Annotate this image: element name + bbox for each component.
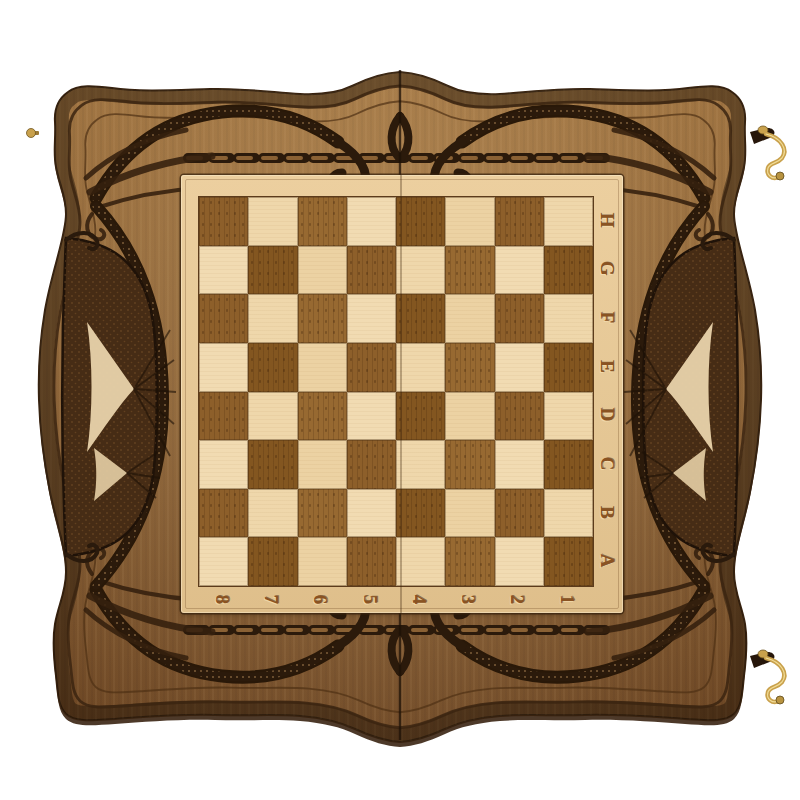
square-g3[interactable]	[445, 246, 494, 295]
file-label-f: F	[592, 293, 623, 342]
rank-label-text: 6	[312, 594, 331, 604]
square-d4[interactable]	[396, 392, 445, 441]
file-label-c: C	[592, 439, 623, 488]
square-h2[interactable]	[495, 197, 544, 246]
file-label-g: G	[592, 245, 623, 294]
square-d5[interactable]	[347, 392, 396, 441]
square-a2[interactable]	[495, 537, 544, 586]
square-f3[interactable]	[445, 294, 494, 343]
square-h1[interactable]	[544, 197, 593, 246]
square-d1[interactable]	[544, 392, 593, 441]
square-a8[interactable]	[199, 537, 248, 586]
square-b1[interactable]	[544, 489, 593, 538]
latch-ball	[776, 172, 784, 180]
square-c2[interactable]	[495, 440, 544, 489]
square-c4[interactable]	[396, 440, 445, 489]
square-g2[interactable]	[495, 246, 544, 295]
square-g7[interactable]	[248, 246, 297, 295]
square-c5[interactable]	[347, 440, 396, 489]
latch-hook	[766, 134, 784, 178]
square-f4[interactable]	[396, 294, 445, 343]
square-c8[interactable]	[199, 440, 248, 489]
brass-latch-top-right	[750, 126, 784, 180]
rank-label-text: 5	[361, 594, 380, 604]
square-b8[interactable]	[199, 489, 248, 538]
square-e7[interactable]	[248, 343, 297, 392]
square-a3[interactable]	[445, 537, 494, 586]
square-h6[interactable]	[298, 197, 347, 246]
file-label-d: D	[592, 391, 623, 440]
rank-label-7: 7	[247, 585, 296, 613]
file-label-text: D	[598, 408, 617, 422]
square-b3[interactable]	[445, 489, 494, 538]
square-e4[interactable]	[396, 343, 445, 392]
square-h3[interactable]	[445, 197, 494, 246]
square-b5[interactable]	[347, 489, 396, 538]
square-h4[interactable]	[396, 197, 445, 246]
square-f8[interactable]	[199, 294, 248, 343]
square-b2[interactable]	[495, 489, 544, 538]
square-e5[interactable]	[347, 343, 396, 392]
square-d7[interactable]	[248, 392, 297, 441]
file-labels: HGFEDCBA	[592, 196, 623, 585]
file-label-h: H	[592, 196, 623, 245]
file-label-text: E	[598, 360, 617, 373]
square-b7[interactable]	[248, 489, 297, 538]
square-f6[interactable]	[298, 294, 347, 343]
chess-board: HGFEDCBA 87654321	[181, 175, 623, 613]
chess-grid	[198, 196, 594, 587]
rank-label-6: 6	[297, 585, 346, 613]
square-b6[interactable]	[298, 489, 347, 538]
brass-pin-left	[27, 129, 40, 138]
file-label-b: B	[592, 488, 623, 537]
rank-labels: 87654321	[198, 585, 592, 613]
file-label-a: A	[592, 536, 623, 585]
rank-label-text: 7	[262, 594, 281, 604]
square-c7[interactable]	[248, 440, 297, 489]
rank-label-3: 3	[444, 585, 493, 613]
square-a7[interactable]	[248, 537, 297, 586]
square-f1[interactable]	[544, 294, 593, 343]
fold-seam-top	[399, 70, 401, 176]
square-g6[interactable]	[298, 246, 347, 295]
square-e1[interactable]	[544, 343, 593, 392]
square-e2[interactable]	[495, 343, 544, 392]
rank-label-text: 1	[558, 594, 577, 604]
file-label-text: B	[598, 506, 617, 519]
square-a4[interactable]	[396, 537, 445, 586]
file-label-text: G	[598, 262, 617, 277]
rank-label-text: 3	[459, 594, 478, 604]
square-a1[interactable]	[544, 537, 593, 586]
rank-label-4: 4	[395, 585, 444, 613]
square-f5[interactable]	[347, 294, 396, 343]
square-d8[interactable]	[199, 392, 248, 441]
rank-label-text: 8	[213, 594, 232, 604]
square-h8[interactable]	[199, 197, 248, 246]
square-g1[interactable]	[544, 246, 593, 295]
square-c1[interactable]	[544, 440, 593, 489]
square-f2[interactable]	[495, 294, 544, 343]
square-h7[interactable]	[248, 197, 297, 246]
rank-label-1: 1	[543, 585, 592, 613]
square-a6[interactable]	[298, 537, 347, 586]
square-e6[interactable]	[298, 343, 347, 392]
file-label-text: H	[598, 213, 617, 228]
rank-label-text: 4	[410, 594, 429, 604]
square-e8[interactable]	[199, 343, 248, 392]
square-g8[interactable]	[199, 246, 248, 295]
square-c3[interactable]	[445, 440, 494, 489]
rank-label-text: 2	[509, 594, 528, 604]
board-fold-seam	[400, 175, 402, 613]
pin-head	[27, 129, 36, 138]
fold-seam-bottom	[399, 612, 401, 740]
square-c6[interactable]	[298, 440, 347, 489]
rank-label-5: 5	[346, 585, 395, 613]
photo-of-carved-chess-case: HGFEDCBA 87654321	[0, 0, 800, 800]
rank-label-2: 2	[494, 585, 543, 613]
square-g4[interactable]	[396, 246, 445, 295]
rank-label-8: 8	[198, 585, 247, 613]
file-label-text: A	[598, 554, 617, 568]
brass-latch-bottom-right	[750, 650, 784, 704]
square-g5[interactable]	[347, 246, 396, 295]
file-label-text: C	[598, 457, 617, 471]
square-e3[interactable]	[445, 343, 494, 392]
square-d3[interactable]	[445, 392, 494, 441]
file-label-text: F	[598, 312, 617, 324]
square-b4[interactable]	[396, 489, 445, 538]
square-f7[interactable]	[248, 294, 297, 343]
square-a5[interactable]	[347, 537, 396, 586]
square-d2[interactable]	[495, 392, 544, 441]
square-h5[interactable]	[347, 197, 396, 246]
square-d6[interactable]	[298, 392, 347, 441]
file-label-e: E	[592, 342, 623, 391]
